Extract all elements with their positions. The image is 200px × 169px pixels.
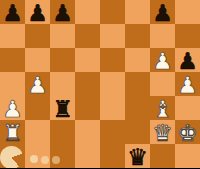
black-pawn-b7[interactable]: ♟ bbox=[25, 0, 50, 26]
black-pawn-c7[interactable]: ♟ bbox=[50, 0, 75, 26]
square-h4[interactable]: ♟ bbox=[175, 72, 200, 96]
square-e2[interactable] bbox=[100, 120, 125, 144]
white-queen-g2[interactable]: ♛ bbox=[150, 120, 175, 146]
black-pawn-g7[interactable]: ♟ bbox=[150, 0, 175, 26]
square-b5[interactable] bbox=[25, 48, 50, 72]
chess-app: ♟♟♟♟♟♟♟♟♟♜♝♜♛♚♛ bbox=[0, 0, 200, 168]
square-h3[interactable] bbox=[175, 96, 200, 120]
square-h7[interactable] bbox=[175, 0, 200, 24]
black-pawn-a7[interactable]: ♟ bbox=[0, 0, 25, 26]
square-d5[interactable] bbox=[75, 48, 100, 72]
square-c5[interactable] bbox=[50, 48, 75, 72]
black-rook-c3[interactable]: ♜ bbox=[50, 96, 75, 122]
square-c7[interactable]: ♟ bbox=[50, 0, 75, 24]
square-c4[interactable] bbox=[50, 72, 75, 96]
square-h5[interactable]: ♟ bbox=[175, 48, 200, 72]
square-a6[interactable] bbox=[0, 24, 25, 48]
black-queen-f1[interactable]: ♛ bbox=[125, 144, 150, 168]
thinking-bubble bbox=[0, 146, 23, 169]
square-b6[interactable] bbox=[25, 24, 50, 48]
square-g2[interactable]: ♛ bbox=[150, 120, 175, 144]
square-d3[interactable] bbox=[75, 96, 100, 120]
square-c2[interactable] bbox=[50, 120, 75, 144]
square-f6[interactable] bbox=[125, 24, 150, 48]
square-g1[interactable] bbox=[150, 144, 175, 168]
square-h2[interactable]: ♚ bbox=[175, 120, 200, 144]
thinking-dot-1 bbox=[30, 155, 38, 163]
square-e6[interactable] bbox=[100, 24, 125, 48]
black-pawn-h5[interactable]: ♟ bbox=[175, 48, 200, 74]
square-h6[interactable] bbox=[175, 24, 200, 48]
square-a7[interactable]: ♟ bbox=[0, 0, 25, 24]
white-bishop-g3[interactable]: ♝ bbox=[150, 96, 175, 122]
square-f5[interactable] bbox=[125, 48, 150, 72]
white-pawn-h4[interactable]: ♟ bbox=[175, 72, 200, 98]
white-rook-a2[interactable]: ♜ bbox=[0, 120, 25, 146]
square-f2[interactable] bbox=[125, 120, 150, 144]
square-f1[interactable]: ♛ bbox=[125, 144, 150, 168]
square-d2[interactable] bbox=[75, 120, 100, 144]
square-e5[interactable] bbox=[100, 48, 125, 72]
square-d4[interactable] bbox=[75, 72, 100, 96]
square-b7[interactable]: ♟ bbox=[25, 0, 50, 24]
square-g5[interactable]: ♟ bbox=[150, 48, 175, 72]
square-b3[interactable] bbox=[25, 96, 50, 120]
square-h1[interactable] bbox=[175, 144, 200, 168]
square-d7[interactable] bbox=[75, 0, 100, 24]
square-d1[interactable] bbox=[75, 144, 100, 168]
square-f7[interactable] bbox=[125, 0, 150, 24]
white-pawn-b4[interactable]: ♟ bbox=[25, 72, 50, 98]
square-g3[interactable]: ♝ bbox=[150, 96, 175, 120]
square-e4[interactable] bbox=[100, 72, 125, 96]
white-king-h2[interactable]: ♚ bbox=[175, 120, 200, 146]
square-a3[interactable]: ♟ bbox=[0, 96, 25, 120]
square-g4[interactable] bbox=[150, 72, 175, 96]
square-g7[interactable]: ♟ bbox=[150, 0, 175, 24]
square-g6[interactable] bbox=[150, 24, 175, 48]
square-d6[interactable] bbox=[75, 24, 100, 48]
square-e1[interactable] bbox=[100, 144, 125, 168]
square-e7[interactable] bbox=[100, 0, 125, 24]
square-a2[interactable]: ♜ bbox=[0, 120, 25, 144]
square-c3[interactable]: ♜ bbox=[50, 96, 75, 120]
thinking-dot-3 bbox=[52, 156, 60, 164]
square-f4[interactable] bbox=[125, 72, 150, 96]
white-pawn-g5[interactable]: ♟ bbox=[150, 48, 175, 74]
white-pawn-a3[interactable]: ♟ bbox=[0, 96, 25, 122]
square-f3[interactable] bbox=[125, 96, 150, 120]
square-e3[interactable] bbox=[100, 96, 125, 120]
chess-board: ♟♟♟♟♟♟♟♟♟♜♝♜♛♚♛ bbox=[0, 0, 200, 168]
square-c6[interactable] bbox=[50, 24, 75, 48]
square-a5[interactable] bbox=[0, 48, 25, 72]
square-b4[interactable]: ♟ bbox=[25, 72, 50, 96]
square-a4[interactable] bbox=[0, 72, 25, 96]
square-b2[interactable] bbox=[25, 120, 50, 144]
